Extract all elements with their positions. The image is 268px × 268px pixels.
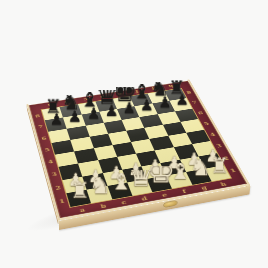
piece-white-knight-g1[interactable]: ♞ [190, 159, 210, 179]
piece-white-queen-d1[interactable]: ♛ [130, 170, 151, 191]
piece-white-bishop-c1[interactable]: ♝ [110, 173, 131, 194]
piece-white-rook-a1[interactable]: ♜ [69, 180, 90, 201]
box-clasp-latch-icon [164, 201, 177, 207]
chess-board: abcdefgh abcdefgh 87654321 87654321 ♜♞♝♛… [29, 81, 248, 218]
piece-white-knight-b1[interactable]: ♞ [90, 177, 111, 198]
piece-white-rook-h1[interactable]: ♜ [209, 156, 229, 176]
photo-scene: abcdefgh abcdefgh 87654321 87654321 ♜♞♝♛… [0, 0, 268, 268]
product-photo-background: abcdefgh abcdefgh 87654321 87654321 ♜♞♝♛… [0, 0, 268, 268]
